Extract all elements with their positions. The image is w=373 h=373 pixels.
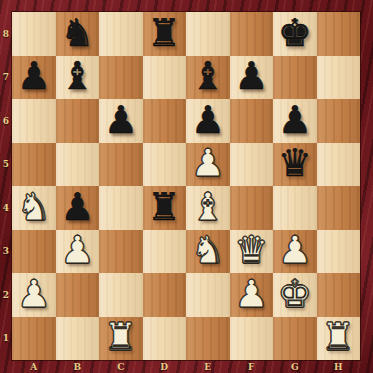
piece-black-queen-g5[interactable]: ♛ xyxy=(278,144,312,182)
square-e5[interactable]: ♟ xyxy=(186,143,230,187)
square-e3[interactable]: ♞ xyxy=(186,230,230,274)
square-d5[interactable] xyxy=(143,143,187,187)
square-b5[interactable] xyxy=(56,143,100,187)
square-g2[interactable]: ♚ xyxy=(273,273,317,317)
square-d7[interactable] xyxy=(143,56,187,100)
piece-white-pawn-a2[interactable]: ♟ xyxy=(17,275,51,313)
rank-label-2: 2 xyxy=(0,273,12,317)
square-b1[interactable] xyxy=(56,317,100,361)
file-label-f: F xyxy=(230,360,274,373)
piece-black-king-g8[interactable]: ♚ xyxy=(278,14,312,52)
square-a6[interactable] xyxy=(12,99,56,143)
piece-black-pawn-a7[interactable]: ♟ xyxy=(17,57,51,95)
square-g1[interactable] xyxy=(273,317,317,361)
piece-white-knight-e3[interactable]: ♞ xyxy=(191,231,225,269)
piece-black-rook-d4[interactable]: ♜ xyxy=(147,188,181,226)
square-b8[interactable]: ♞ xyxy=(56,12,100,56)
square-c7[interactable] xyxy=(99,56,143,100)
square-c2[interactable] xyxy=(99,273,143,317)
square-d1[interactable] xyxy=(143,317,187,361)
square-f4[interactable] xyxy=(230,186,274,230)
square-c3[interactable] xyxy=(99,230,143,274)
square-b3[interactable]: ♟ xyxy=(56,230,100,274)
square-c1[interactable]: ♜ xyxy=(99,317,143,361)
square-c4[interactable] xyxy=(99,186,143,230)
square-f5[interactable] xyxy=(230,143,274,187)
rank-label-5: 5 xyxy=(0,143,12,187)
rank-label-1: 1 xyxy=(0,317,12,361)
file-label-d: D xyxy=(143,360,187,373)
square-e8[interactable] xyxy=(186,12,230,56)
piece-white-pawn-e5[interactable]: ♟ xyxy=(191,144,225,182)
square-g4[interactable] xyxy=(273,186,317,230)
square-h3[interactable] xyxy=(317,230,361,274)
square-h7[interactable] xyxy=(317,56,361,100)
chess-board: ♞♜♚♟♝♝♟♟♟♟♟♛♞♟♜♝♟♞♛♟♟♟♚♜♜ xyxy=(12,12,360,360)
file-label-h: H xyxy=(317,360,361,373)
square-h8[interactable] xyxy=(317,12,361,56)
square-d6[interactable] xyxy=(143,99,187,143)
square-f3[interactable]: ♛ xyxy=(230,230,274,274)
piece-white-pawn-b3[interactable]: ♟ xyxy=(60,231,94,269)
rank-label-6: 6 xyxy=(0,99,12,143)
file-label-b: B xyxy=(56,360,100,373)
square-d3[interactable] xyxy=(143,230,187,274)
file-label-a: A xyxy=(12,360,56,373)
rank-label-4: 4 xyxy=(0,186,12,230)
square-g3[interactable]: ♟ xyxy=(273,230,317,274)
board-frame: ♞♜♚♟♝♝♟♟♟♟♟♛♞♟♜♝♟♞♛♟♟♟♚♜♜ 87654321 ABCDE… xyxy=(0,0,373,373)
rank-label-3: 3 xyxy=(0,230,12,274)
piece-white-rook-c1[interactable]: ♜ xyxy=(104,318,138,356)
piece-black-pawn-c6[interactable]: ♟ xyxy=(104,101,138,139)
square-h2[interactable] xyxy=(317,273,361,317)
square-h4[interactable] xyxy=(317,186,361,230)
piece-black-rook-d8[interactable]: ♜ xyxy=(147,14,181,52)
square-b2[interactable] xyxy=(56,273,100,317)
square-c6[interactable]: ♟ xyxy=(99,99,143,143)
square-f8[interactable] xyxy=(230,12,274,56)
square-g8[interactable]: ♚ xyxy=(273,12,317,56)
square-f1[interactable] xyxy=(230,317,274,361)
square-a8[interactable] xyxy=(12,12,56,56)
square-h1[interactable]: ♜ xyxy=(317,317,361,361)
rank-label-7: 7 xyxy=(0,56,12,100)
square-b7[interactable]: ♝ xyxy=(56,56,100,100)
square-d4[interactable]: ♜ xyxy=(143,186,187,230)
square-e4[interactable]: ♝ xyxy=(186,186,230,230)
square-b4[interactable]: ♟ xyxy=(56,186,100,230)
piece-black-bishop-e7[interactable]: ♝ xyxy=(191,57,225,95)
square-f2[interactable]: ♟ xyxy=(230,273,274,317)
square-f6[interactable] xyxy=(230,99,274,143)
square-g6[interactable]: ♟ xyxy=(273,99,317,143)
square-a1[interactable] xyxy=(12,317,56,361)
square-h5[interactable] xyxy=(317,143,361,187)
piece-black-bishop-b7[interactable]: ♝ xyxy=(60,57,94,95)
square-c5[interactable] xyxy=(99,143,143,187)
piece-black-pawn-g6[interactable]: ♟ xyxy=(278,101,312,139)
square-a3[interactable] xyxy=(12,230,56,274)
square-a4[interactable]: ♞ xyxy=(12,186,56,230)
file-label-g: G xyxy=(273,360,317,373)
square-a7[interactable]: ♟ xyxy=(12,56,56,100)
square-e7[interactable]: ♝ xyxy=(186,56,230,100)
piece-white-queen-f3[interactable]: ♛ xyxy=(234,231,268,269)
square-f7[interactable]: ♟ xyxy=(230,56,274,100)
piece-black-pawn-f7[interactable]: ♟ xyxy=(234,57,268,95)
piece-black-pawn-b4[interactable]: ♟ xyxy=(60,188,94,226)
square-e1[interactable] xyxy=(186,317,230,361)
square-g5[interactable]: ♛ xyxy=(273,143,317,187)
piece-white-knight-a4[interactable]: ♞ xyxy=(17,188,51,226)
piece-black-pawn-e6[interactable]: ♟ xyxy=(191,101,225,139)
square-e2[interactable] xyxy=(186,273,230,317)
square-c8[interactable] xyxy=(99,12,143,56)
square-b6[interactable] xyxy=(56,99,100,143)
piece-white-pawn-g3[interactable]: ♟ xyxy=(278,231,312,269)
square-h6[interactable] xyxy=(317,99,361,143)
piece-white-king-g2[interactable]: ♚ xyxy=(278,275,312,313)
file-label-c: C xyxy=(99,360,143,373)
rank-label-8: 8 xyxy=(0,12,12,56)
square-a5[interactable] xyxy=(12,143,56,187)
square-d2[interactable] xyxy=(143,273,187,317)
square-a2[interactable]: ♟ xyxy=(12,273,56,317)
piece-white-bishop-e4[interactable]: ♝ xyxy=(191,188,225,226)
file-label-e: E xyxy=(186,360,230,373)
piece-black-knight-b8[interactable]: ♞ xyxy=(60,14,94,52)
square-g7[interactable] xyxy=(273,56,317,100)
square-d8[interactable]: ♜ xyxy=(143,12,187,56)
square-e6[interactable]: ♟ xyxy=(186,99,230,143)
piece-white-pawn-f2[interactable]: ♟ xyxy=(234,275,268,313)
piece-white-rook-h1[interactable]: ♜ xyxy=(321,318,355,356)
